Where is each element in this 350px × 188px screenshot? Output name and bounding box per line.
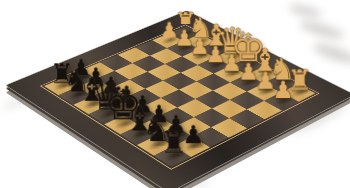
cast-shadow <box>311 40 350 68</box>
cast-shadow <box>287 2 322 20</box>
square-h8: ♜ <box>154 146 191 167</box>
chess-set-product-photo: ♜♟♟♜♞♟♟♞♝♟♟♝♛♟♟♛♚♟♟♚♝♟♟♝♞♟♟♞♜♟♟♜ <box>0 0 350 188</box>
cast-shadow <box>298 18 345 43</box>
white-pawn-piece-h2: ♟ <box>266 51 301 102</box>
chess-board: ♜♟♟♜♞♟♟♞♝♟♟♝♛♟♟♛♚♟♟♚♝♟♟♝♞♟♟♞♜♟♟♜ <box>5 10 350 188</box>
square-h5 <box>211 118 247 137</box>
black-rook-piece-h8: ♜ <box>155 102 192 157</box>
board-squares: ♜♟♟♜♞♟♟♞♝♟♟♝♛♟♟♛♚♟♟♚♝♟♟♝♞♟♟♞♜♟♟♜ <box>44 26 315 167</box>
